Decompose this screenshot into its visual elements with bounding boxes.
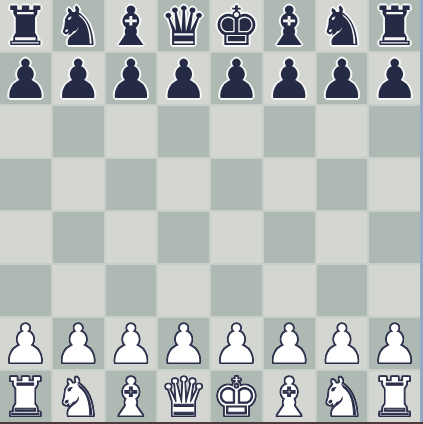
square-d3[interactable]: [158, 265, 209, 316]
white-pawn[interactable]: ♟: [265, 318, 313, 369]
black-knight[interactable]: ♞: [318, 0, 366, 51]
square-c1[interactable]: ♝: [106, 371, 157, 422]
white-pawn[interactable]: ♟: [370, 318, 418, 369]
square-e1[interactable]: ♚: [211, 371, 262, 422]
square-c5[interactable]: [106, 159, 157, 210]
square-f1[interactable]: ♝: [264, 371, 315, 422]
square-f3[interactable]: [264, 265, 315, 316]
black-pawn[interactable]: ♟: [1, 53, 49, 104]
black-pawn[interactable]: ♟: [159, 53, 207, 104]
square-b8[interactable]: ♞: [53, 0, 104, 51]
square-c8[interactable]: ♝: [106, 0, 157, 51]
square-e4[interactable]: [211, 212, 262, 263]
chess-board: ♜♞♝♛♚♝♞♜♟♟♟♟♟♟♟♟♟♟♟♟♟♟♟♟♜♞♝♛♚♝♞♜: [0, 0, 420, 422]
square-f5[interactable]: [264, 159, 315, 210]
white-king[interactable]: ♚: [212, 371, 260, 422]
square-f8[interactable]: ♝: [264, 0, 315, 51]
square-g3[interactable]: [317, 265, 368, 316]
square-h3[interactable]: [369, 265, 420, 316]
square-e3[interactable]: [211, 265, 262, 316]
white-bishop[interactable]: ♝: [107, 371, 155, 422]
white-pawn[interactable]: ♟: [318, 318, 366, 369]
square-h2[interactable]: ♟: [369, 318, 420, 369]
square-d7[interactable]: ♟: [158, 53, 209, 104]
black-pawn[interactable]: ♟: [212, 53, 260, 104]
black-pawn[interactable]: ♟: [54, 53, 102, 104]
square-f6[interactable]: [264, 106, 315, 157]
square-a5[interactable]: [0, 159, 51, 210]
square-a2[interactable]: ♟: [0, 318, 51, 369]
square-e6[interactable]: [211, 106, 262, 157]
black-king[interactable]: ♚: [212, 0, 260, 51]
white-knight[interactable]: ♞: [54, 371, 102, 422]
square-c2[interactable]: ♟: [106, 318, 157, 369]
square-e5[interactable]: [211, 159, 262, 210]
black-pawn[interactable]: ♟: [265, 53, 313, 104]
square-g4[interactable]: [317, 212, 368, 263]
square-h8[interactable]: ♜: [369, 0, 420, 51]
square-g1[interactable]: ♞: [317, 371, 368, 422]
black-pawn[interactable]: ♟: [107, 53, 155, 104]
square-f2[interactable]: ♟: [264, 318, 315, 369]
chess-app-page: ♜♞♝♛♚♝♞♜♟♟♟♟♟♟♟♟♟♟♟♟♟♟♟♟♜♞♝♛♚♝♞♜: [0, 0, 423, 424]
black-bishop[interactable]: ♝: [107, 0, 155, 51]
square-e2[interactable]: ♟: [211, 318, 262, 369]
square-a7[interactable]: ♟: [0, 53, 51, 104]
square-b1[interactable]: ♞: [53, 371, 104, 422]
white-queen[interactable]: ♛: [159, 371, 207, 422]
square-g7[interactable]: ♟: [317, 53, 368, 104]
white-pawn[interactable]: ♟: [212, 318, 260, 369]
square-d1[interactable]: ♛: [158, 371, 209, 422]
square-h4[interactable]: [369, 212, 420, 263]
square-g6[interactable]: [317, 106, 368, 157]
black-rook[interactable]: ♜: [1, 0, 49, 51]
white-pawn[interactable]: ♟: [1, 318, 49, 369]
black-bishop[interactable]: ♝: [265, 0, 313, 51]
square-a8[interactable]: ♜: [0, 0, 51, 51]
square-c6[interactable]: [106, 106, 157, 157]
square-h1[interactable]: ♜: [369, 371, 420, 422]
square-d5[interactable]: [158, 159, 209, 210]
square-b4[interactable]: [53, 212, 104, 263]
square-c7[interactable]: ♟: [106, 53, 157, 104]
square-a3[interactable]: [0, 265, 51, 316]
black-pawn[interactable]: ♟: [370, 53, 418, 104]
white-rook[interactable]: ♜: [370, 371, 418, 422]
white-pawn[interactable]: ♟: [107, 318, 155, 369]
square-g2[interactable]: ♟: [317, 318, 368, 369]
square-d6[interactable]: [158, 106, 209, 157]
square-c3[interactable]: [106, 265, 157, 316]
square-c4[interactable]: [106, 212, 157, 263]
white-knight[interactable]: ♞: [318, 371, 366, 422]
white-pawn[interactable]: ♟: [159, 318, 207, 369]
square-a1[interactable]: ♜: [0, 371, 51, 422]
square-e8[interactable]: ♚: [211, 0, 262, 51]
square-g5[interactable]: [317, 159, 368, 210]
square-h7[interactable]: ♟: [369, 53, 420, 104]
square-a6[interactable]: [0, 106, 51, 157]
black-rook[interactable]: ♜: [370, 0, 418, 51]
white-bishop[interactable]: ♝: [265, 371, 313, 422]
square-a4[interactable]: [0, 212, 51, 263]
white-rook[interactable]: ♜: [1, 371, 49, 422]
square-d2[interactable]: ♟: [158, 318, 209, 369]
square-d8[interactable]: ♛: [158, 0, 209, 51]
square-h6[interactable]: [369, 106, 420, 157]
square-h5[interactable]: [369, 159, 420, 210]
square-b7[interactable]: ♟: [53, 53, 104, 104]
square-d4[interactable]: [158, 212, 209, 263]
black-queen[interactable]: ♛: [159, 0, 207, 51]
square-e7[interactable]: ♟: [211, 53, 262, 104]
square-b6[interactable]: [53, 106, 104, 157]
black-pawn[interactable]: ♟: [318, 53, 366, 104]
square-b5[interactable]: [53, 159, 104, 210]
square-f7[interactable]: ♟: [264, 53, 315, 104]
black-knight[interactable]: ♞: [54, 0, 102, 51]
square-g8[interactable]: ♞: [317, 0, 368, 51]
square-f4[interactable]: [264, 212, 315, 263]
white-pawn[interactable]: ♟: [54, 318, 102, 369]
square-b2[interactable]: ♟: [53, 318, 104, 369]
square-b3[interactable]: [53, 265, 104, 316]
